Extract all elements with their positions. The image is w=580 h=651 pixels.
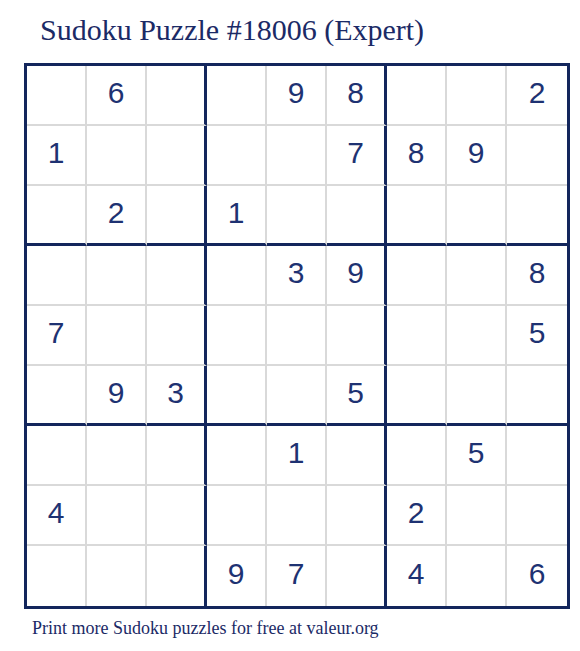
cell-r2c5[interactable]: [267, 126, 327, 186]
cell-r9c2[interactable]: [87, 546, 147, 606]
cell-r4c3[interactable]: [147, 246, 207, 306]
cell-r8c4[interactable]: [207, 486, 267, 546]
cell-r7c4[interactable]: [207, 426, 267, 486]
cell-r8c1[interactable]: 4: [27, 486, 87, 546]
sudoku-board: 69821789213987593515429746: [24, 63, 570, 609]
cell-r3c9[interactable]: [507, 186, 567, 246]
cell-r9c9[interactable]: 6: [507, 546, 567, 606]
cell-r6c8[interactable]: [447, 366, 507, 426]
cell-r4c6[interactable]: 9: [327, 246, 387, 306]
cell-r4c9[interactable]: 8: [507, 246, 567, 306]
cell-r2c9[interactable]: [507, 126, 567, 186]
cell-r4c7[interactable]: [387, 246, 447, 306]
cell-r2c4[interactable]: [207, 126, 267, 186]
footer-text: Print more Sudoku puzzles for free at va…: [32, 616, 379, 640]
cell-r5c6[interactable]: [327, 306, 387, 366]
cell-r9c1[interactable]: [27, 546, 87, 606]
cell-r3c7[interactable]: [387, 186, 447, 246]
cell-r8c6[interactable]: [327, 486, 387, 546]
cell-r7c5[interactable]: 1: [267, 426, 327, 486]
page-title: Sudoku Puzzle #18006 (Expert): [40, 12, 424, 48]
cell-r8c2[interactable]: [87, 486, 147, 546]
cell-r5c9[interactable]: 5: [507, 306, 567, 366]
cell-r5c2[interactable]: [87, 306, 147, 366]
cell-r7c9[interactable]: [507, 426, 567, 486]
cell-r9c6[interactable]: [327, 546, 387, 606]
cell-r7c7[interactable]: [387, 426, 447, 486]
cell-r1c5[interactable]: 9: [267, 66, 327, 126]
cell-r3c1[interactable]: [27, 186, 87, 246]
cell-r8c7[interactable]: 2: [387, 486, 447, 546]
cell-r3c4[interactable]: 1: [207, 186, 267, 246]
cell-r2c8[interactable]: 9: [447, 126, 507, 186]
cell-r4c2[interactable]: [87, 246, 147, 306]
cell-r2c7[interactable]: 8: [387, 126, 447, 186]
cell-r1c7[interactable]: [387, 66, 447, 126]
cell-r8c9[interactable]: [507, 486, 567, 546]
cell-r4c8[interactable]: [447, 246, 507, 306]
cell-r1c6[interactable]: 8: [327, 66, 387, 126]
cell-r1c1[interactable]: [27, 66, 87, 126]
cell-r9c8[interactable]: [447, 546, 507, 606]
cell-r5c7[interactable]: [387, 306, 447, 366]
cell-r7c1[interactable]: [27, 426, 87, 486]
cell-r3c3[interactable]: [147, 186, 207, 246]
cell-r2c1[interactable]: 1: [27, 126, 87, 186]
cell-r9c4[interactable]: 9: [207, 546, 267, 606]
cell-r1c9[interactable]: 2: [507, 66, 567, 126]
cell-r5c5[interactable]: [267, 306, 327, 366]
cell-r6c7[interactable]: [387, 366, 447, 426]
cell-r8c3[interactable]: [147, 486, 207, 546]
cell-r6c4[interactable]: [207, 366, 267, 426]
cell-r5c3[interactable]: [147, 306, 207, 366]
cell-r7c2[interactable]: [87, 426, 147, 486]
cell-r6c3[interactable]: 3: [147, 366, 207, 426]
cell-r2c6[interactable]: 7: [327, 126, 387, 186]
cell-r8c5[interactable]: [267, 486, 327, 546]
cell-r6c1[interactable]: [27, 366, 87, 426]
cell-r3c6[interactable]: [327, 186, 387, 246]
cell-r1c8[interactable]: [447, 66, 507, 126]
cell-r6c6[interactable]: 5: [327, 366, 387, 426]
cell-r2c2[interactable]: [87, 126, 147, 186]
cell-r9c3[interactable]: [147, 546, 207, 606]
cell-r7c8[interactable]: 5: [447, 426, 507, 486]
cell-r5c4[interactable]: [207, 306, 267, 366]
cell-r3c2[interactable]: 2: [87, 186, 147, 246]
cell-r7c3[interactable]: [147, 426, 207, 486]
cell-r3c5[interactable]: [267, 186, 327, 246]
cell-r5c1[interactable]: 7: [27, 306, 87, 366]
cell-r1c4[interactable]: [207, 66, 267, 126]
cell-r1c3[interactable]: [147, 66, 207, 126]
cell-r6c2[interactable]: 9: [87, 366, 147, 426]
cell-r6c9[interactable]: [507, 366, 567, 426]
cell-r4c4[interactable]: [207, 246, 267, 306]
cell-r4c5[interactable]: 3: [267, 246, 327, 306]
cell-r3c8[interactable]: [447, 186, 507, 246]
cell-r9c5[interactable]: 7: [267, 546, 327, 606]
cell-r9c7[interactable]: 4: [387, 546, 447, 606]
cell-r2c3[interactable]: [147, 126, 207, 186]
cell-r5c8[interactable]: [447, 306, 507, 366]
cell-r1c2[interactable]: 6: [87, 66, 147, 126]
cell-r4c1[interactable]: [27, 246, 87, 306]
cell-r6c5[interactable]: [267, 366, 327, 426]
cell-r8c8[interactable]: [447, 486, 507, 546]
cell-r7c6[interactable]: [327, 426, 387, 486]
